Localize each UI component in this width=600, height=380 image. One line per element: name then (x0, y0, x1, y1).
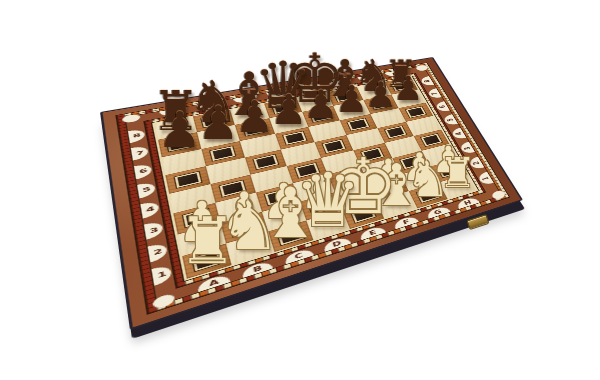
coord-7-left: 7 (131, 145, 149, 161)
coordinate-label: 7 (430, 92, 439, 96)
coordinate-label: 6 (438, 105, 447, 109)
piece-black-pawn-d7[interactable]: ♟ (270, 90, 307, 131)
coordinate-label: 1 (480, 176, 489, 181)
coordinate-label: 5 (446, 118, 455, 122)
coord-3-left: 3 (144, 220, 164, 239)
coordinate-label: 4 (145, 206, 155, 214)
coordinate-label: H (463, 199, 472, 206)
piece-black-pawn-f7[interactable]: ♟ (335, 81, 368, 118)
square-inlay (256, 156, 276, 168)
square-inlay (350, 119, 367, 129)
piece-black-pawn-b7[interactable]: ♟ (198, 100, 240, 146)
coordinate-label: 4 (454, 132, 463, 137)
piece-black-pawn-e7[interactable]: ♟ (304, 85, 339, 124)
square-inlay (177, 173, 198, 186)
coordinate-label: 8 (423, 80, 431, 84)
square-inlay (408, 107, 424, 116)
coordinate-label: 5 (142, 186, 151, 193)
piece-black-pawn-h7[interactable]: ♟ (393, 72, 423, 105)
chess-set-photo: AA88BB77CC66DD55EE44FF33GG22HH11 ♜♞♝♛♚♝♞… (0, 0, 600, 380)
coordinate-label: B (252, 264, 263, 273)
coord-8-left: 8 (128, 128, 146, 143)
coordinate-label: F (402, 218, 411, 225)
coordinate-label: 3 (149, 226, 159, 234)
coord-4-left: 4 (140, 200, 160, 218)
coord-1-left: 1 (151, 264, 172, 286)
piece-white-rook-a1[interactable]: ♜ (178, 209, 235, 273)
coordinate-label: 1 (157, 270, 167, 279)
coord-2-left: 2 (148, 242, 169, 263)
coordinate-label: 8 (132, 133, 141, 139)
piece-black-pawn-g7[interactable]: ♟ (365, 76, 397, 111)
coordinate-label: A (208, 278, 219, 288)
piece-black-pawn-a7[interactable]: ♟ (158, 105, 202, 154)
coordinate-label: C (293, 252, 303, 260)
coord-6-left: 6 (134, 163, 153, 179)
coordinate-label: 6 (139, 167, 148, 174)
piece-black-pawn-c7[interactable]: ♟ (235, 95, 274, 139)
coordinate-label: 2 (153, 247, 163, 256)
square-inlay (285, 133, 304, 144)
square-inlay (387, 127, 404, 137)
coordinate-label: 7 (135, 150, 144, 157)
coord-5-left: 5 (137, 181, 156, 198)
coordinate-label: G (433, 208, 443, 215)
